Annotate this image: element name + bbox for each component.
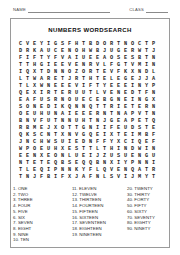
grid-cell: E <box>129 153 136 160</box>
grid-cell: N <box>59 118 66 125</box>
grid-cell: E <box>101 69 108 76</box>
grid-cell: K <box>122 69 129 76</box>
grid-cell: E <box>38 146 45 153</box>
grid-cell: O <box>129 41 136 48</box>
grid-cell: P <box>129 160 136 167</box>
grid-cell: T <box>94 104 101 111</box>
grid-cell: E <box>80 97 87 104</box>
grid-cell: T <box>24 62 31 69</box>
grid-cell: E <box>122 97 129 104</box>
grid-cell: C <box>122 139 129 146</box>
grid-cell: D <box>143 69 150 76</box>
grid-cell: H <box>52 146 59 153</box>
grid-cell: D <box>129 125 136 132</box>
grid-cell: I <box>66 111 73 118</box>
grid-cell: O <box>73 48 80 55</box>
grid-cell: R <box>129 48 136 55</box>
grid-cell: I <box>150 160 157 167</box>
grid-cell: E <box>59 83 66 90</box>
grid-cell: F <box>87 167 94 174</box>
grid-cell: F <box>17 55 24 62</box>
grid-cell: N <box>94 174 101 181</box>
grid-cell: U <box>31 111 38 118</box>
grid-cell: A <box>38 76 45 83</box>
grid-cell: E <box>66 83 73 90</box>
word-list-column-1: 1. ONE2. TWO3. THREE4. FOUR5. FIVE6. SIX… <box>13 186 72 243</box>
grid-cell: Q <box>80 160 87 167</box>
grid-cell: J <box>150 48 157 55</box>
grid-cell: T <box>101 146 108 153</box>
grid-cell: T <box>115 41 122 48</box>
grid-cell: K <box>73 167 80 174</box>
grid-cell: D <box>17 48 24 55</box>
grid-cell: J <box>17 139 24 146</box>
grid-cell: Q <box>136 139 143 146</box>
grid-cell: I <box>52 104 59 111</box>
grid-cell: L <box>94 90 101 97</box>
word-list-item: 19. NINETEEN <box>72 232 127 238</box>
grid-cell: E <box>115 118 122 125</box>
grid-cell: T <box>101 104 108 111</box>
grid-cell: E <box>31 167 38 174</box>
word-list: 1. ONE2. TWO3. THREE4. FOUR5. FIVE6. SIX… <box>13 186 169 243</box>
grid-cell: B <box>87 41 94 48</box>
grid-cell: R <box>17 125 24 132</box>
grid-cell: U <box>38 97 45 104</box>
grid-cell: Y <box>143 83 150 90</box>
grid-cell: N <box>87 125 94 132</box>
grid-cell: B <box>143 132 150 139</box>
grid-cell: M <box>136 62 143 69</box>
grid-cell: X <box>129 69 136 76</box>
grid-cell: O <box>66 69 73 76</box>
grid-cell: E <box>94 55 101 62</box>
grid-cell: T <box>38 55 45 62</box>
grid-cell: E <box>38 125 45 132</box>
grid-cell: Y <box>108 139 115 146</box>
grid-cell: T <box>59 76 66 83</box>
grid-cell: X <box>108 160 115 167</box>
grid-cell: E <box>45 160 52 167</box>
grid-cell: T <box>38 160 45 167</box>
grid-cell: E <box>122 83 129 90</box>
grid-cell: B <box>24 125 31 132</box>
grid-cell: N <box>59 167 66 174</box>
grid-cell: T <box>66 125 73 132</box>
grid-cell: U <box>45 48 52 55</box>
grid-cell: E <box>38 104 45 111</box>
grid-cell: I <box>115 160 122 167</box>
grid-cell: Z <box>73 69 80 76</box>
grid-cell: T <box>143 48 150 55</box>
grid-cell: N <box>87 139 94 146</box>
grid-cell: T <box>80 76 87 83</box>
grid-cell: F <box>38 174 45 181</box>
grid-cell: N <box>94 118 101 125</box>
grid-cell: F <box>87 83 94 90</box>
grid-cell: T <box>94 83 101 90</box>
grid-cell: A <box>38 48 45 55</box>
grid-cell: Y <box>122 160 129 167</box>
grid-cell: V <box>108 167 115 174</box>
grid-cell: F <box>108 62 115 69</box>
grid-cell: H <box>80 118 87 125</box>
grid-cell: G <box>115 48 122 55</box>
grid-cell: A <box>66 55 73 62</box>
name-field-label: NAME <box>13 7 26 13</box>
grid-cell: L <box>94 167 101 174</box>
grid-cell: V <box>129 62 136 69</box>
grid-cell: L <box>17 76 24 83</box>
grid-cell: B <box>17 118 24 125</box>
grid-cell: E <box>17 97 24 104</box>
grid-cell: W <box>136 48 143 55</box>
grid-cell: N <box>150 104 157 111</box>
grid-cell: V <box>115 174 122 181</box>
grid-cell: B <box>94 48 101 55</box>
grid-cell: L <box>150 69 157 76</box>
grid-cell: N <box>122 146 129 153</box>
grid-cell: L <box>66 153 73 160</box>
grid-cell: A <box>101 55 108 62</box>
word-list-column-2: 11. ELEVEN12. TWELVE13. THIRTEEN14. FOUR… <box>72 186 127 243</box>
grid-cell: O <box>24 104 31 111</box>
grid-cell: U <box>45 146 52 153</box>
grid-cell: S <box>45 97 52 104</box>
grid-cell: E <box>129 76 136 83</box>
grid-cell: U <box>80 55 87 62</box>
grid-cell: U <box>59 139 66 146</box>
grid-cell: K <box>24 132 31 139</box>
grid-cell: E <box>122 132 129 139</box>
grid-cell: I <box>73 55 80 62</box>
grid-cell: R <box>143 104 150 111</box>
grid-cell: I <box>94 125 101 132</box>
grid-cell: I <box>129 83 136 90</box>
grid-cell: O <box>80 69 87 76</box>
grid-cell: J <box>45 125 52 132</box>
grid-cell: J <box>129 174 136 181</box>
grid-cell: E <box>122 90 129 97</box>
grid-cell: R <box>150 167 157 174</box>
grid-cell: T <box>87 118 94 125</box>
grid-cell: U <box>73 97 80 104</box>
grid-cell: R <box>45 90 52 97</box>
grid-cell: G <box>143 97 150 104</box>
word-list-item: 10. TEN <box>13 237 72 243</box>
grid-cell: U <box>108 153 115 160</box>
wordsearch-grid: CVEYIGSFHTBDORTNOCTPDRKAUCENOHWBJUGERWTJ… <box>17 41 157 181</box>
grid-cell: C <box>136 41 143 48</box>
puzzle-title: NUMBERS WORDSEARCH <box>10 27 170 33</box>
grid-cell: X <box>31 83 38 90</box>
grid-cell: N <box>122 167 129 174</box>
grid-cell: T <box>80 146 87 153</box>
grid-cell: C <box>38 132 45 139</box>
grid-cell: L <box>24 167 31 174</box>
grid-cell: T <box>143 118 150 125</box>
grid-cell: N <box>101 160 108 167</box>
grid-cell: B <box>136 55 143 62</box>
grid-cell: Q <box>87 104 94 111</box>
grid-cell: F <box>59 174 66 181</box>
grid-cell: G <box>115 62 122 69</box>
grid-cell: T <box>136 90 143 97</box>
grid-cell: A <box>122 118 129 125</box>
grid-cell: T <box>17 174 24 181</box>
grid-cell: Q <box>24 69 31 76</box>
grid-cell: N <box>24 139 31 146</box>
grid-cell: H <box>38 139 45 146</box>
grid-cell: I <box>45 41 52 48</box>
grid-cell: I <box>17 69 24 76</box>
grid-cell: U <box>80 90 87 97</box>
grid-cell: N <box>59 97 66 104</box>
grid-cell: J <box>136 76 143 83</box>
grid-cell: N <box>101 111 108 118</box>
grid-cell: V <box>59 55 66 62</box>
grid-cell: D <box>45 104 52 111</box>
grid-cell: N <box>80 62 87 69</box>
grid-cell: N <box>17 160 24 167</box>
grid-cell: T <box>17 83 24 90</box>
grid-cell: F <box>143 90 150 97</box>
grid-cell: Y <box>143 174 150 181</box>
grid-cell: Z <box>101 153 108 160</box>
grid-cell: I <box>101 125 108 132</box>
grid-cell: T <box>52 132 59 139</box>
grid-cell: G <box>52 41 59 48</box>
grid-cell: N <box>24 118 31 125</box>
grid-cell: E <box>115 76 122 83</box>
grid-cell: N <box>136 160 143 167</box>
grid-cell: N <box>59 69 66 76</box>
grid-cell: E <box>24 153 31 160</box>
grid-cell: E <box>80 153 87 160</box>
grid-cell: X <box>108 132 115 139</box>
grid-cell: T <box>94 69 101 76</box>
grid-cell: E <box>101 76 108 83</box>
grid-cell: D <box>80 139 87 146</box>
grid-cell: L <box>101 174 108 181</box>
grid-cell: E <box>31 41 38 48</box>
grid-cell: W <box>17 146 24 153</box>
grid-cell: S <box>31 132 38 139</box>
grid-cell: Q <box>38 167 45 174</box>
grid-cell: R <box>73 76 80 83</box>
grid-cell: F <box>108 125 115 132</box>
grid-cell: I <box>52 174 59 181</box>
class-field-label: CLASS <box>129 7 144 13</box>
grid-cell: T <box>94 76 101 83</box>
grid-cell: E <box>59 62 66 69</box>
grid-cell: E <box>136 118 143 125</box>
grid-cell: T <box>73 125 80 132</box>
grid-cell: A <box>24 97 31 104</box>
grid-cell: E <box>94 97 101 104</box>
grid-cell: A <box>150 76 157 83</box>
grid-cell: I <box>143 146 150 153</box>
grid-cell: R <box>87 62 94 69</box>
grid-cell: A <box>136 167 143 174</box>
grid-cell: S <box>59 41 66 48</box>
grid-cell: E <box>87 111 94 118</box>
grid-cell: N <box>59 153 66 160</box>
grid-cell: V <box>24 41 31 48</box>
grid-cell: E <box>52 83 59 90</box>
grid-cell: C <box>31 139 38 146</box>
grid-cell: I <box>129 139 136 146</box>
grid-cell: E <box>94 132 101 139</box>
grid-cell: T <box>108 111 115 118</box>
grid-cell: I <box>129 132 136 139</box>
grid-cell: N <box>31 153 38 160</box>
grid-cell: E <box>143 139 150 146</box>
grid-cell: N <box>150 111 157 118</box>
grid-cell: O <box>101 41 108 48</box>
grid-cell: W <box>45 139 52 146</box>
grid-cell: P <box>150 83 157 90</box>
grid-cell: T <box>143 55 150 62</box>
grid-cell: J <box>66 76 73 83</box>
grid-cell: H <box>108 146 115 153</box>
grid-cell: C <box>52 48 59 55</box>
grid-cell: T <box>129 104 136 111</box>
grid-cell: G <box>38 62 45 69</box>
grid-cell: T <box>143 41 150 48</box>
grid-cell: T <box>122 62 129 69</box>
grid-cell: Q <box>52 160 59 167</box>
grid-cell: N <box>66 118 73 125</box>
grid-cell: E <box>122 48 129 55</box>
grid-cell: P <box>129 118 136 125</box>
grid-cell: B <box>94 160 101 167</box>
grid-cell: F <box>38 118 45 125</box>
grid-cell: B <box>101 97 108 104</box>
grid-cell: L <box>94 146 101 153</box>
grid-cell: E <box>59 48 66 55</box>
grid-cell: T <box>38 69 45 76</box>
grid-cell: X <box>52 125 59 132</box>
grid-cell: T <box>150 174 157 181</box>
grid-cell: E <box>17 153 24 160</box>
grid-cell: I <box>122 174 129 181</box>
grid-cell: U <box>122 125 129 132</box>
grid-cell: B <box>45 174 52 181</box>
grid-cell: C <box>87 97 94 104</box>
grid-cell: Y <box>101 83 108 90</box>
grid-cell: U <box>73 90 80 97</box>
grid-cell: Y <box>80 167 87 174</box>
grid-cell: X <box>59 146 66 153</box>
grid-cell: U <box>122 153 129 160</box>
grid-cell: O <box>59 125 66 132</box>
grid-cell: F <box>150 139 157 146</box>
grid-cell: E <box>150 125 157 132</box>
grid-cell: U <box>73 153 80 160</box>
grid-cell: C <box>17 41 24 48</box>
grid-cell: V <box>31 118 38 125</box>
grid-cell: K <box>59 104 66 111</box>
grid-cell: H <box>73 41 80 48</box>
grid-cell: Y <box>45 55 52 62</box>
grid-cell: F <box>52 55 59 62</box>
grid-cell: Q <box>87 160 94 167</box>
grid-cell: F <box>94 139 101 146</box>
grid-cell: E <box>108 90 115 97</box>
worksheet-header: NAME CLASS <box>13 7 168 13</box>
grid-cell: P <box>52 167 59 174</box>
grid-cell: G <box>108 97 115 104</box>
grid-cell: G <box>143 153 150 160</box>
name-blank-line <box>28 7 110 13</box>
grid-cell: E <box>115 167 122 174</box>
grid-cell: E <box>136 104 143 111</box>
grid-cell: T <box>143 111 150 118</box>
grid-cell: F <box>101 139 108 146</box>
grid-cell: E <box>80 111 87 118</box>
grid-cell: N <box>115 90 122 97</box>
grid-cell: S <box>129 55 136 62</box>
grid-cell: G <box>80 125 87 132</box>
grid-cell: N <box>45 132 52 139</box>
grid-cell: J <box>101 48 108 55</box>
grid-cell: S <box>136 125 143 132</box>
grid-cell: I <box>101 132 108 139</box>
grid-cell: Q <box>17 90 24 97</box>
grid-cell: N <box>136 83 143 90</box>
grid-cell: T <box>143 125 150 132</box>
grid-cell: E <box>73 139 80 146</box>
grid-cell: N <box>45 83 52 90</box>
grid-cell: X <box>38 153 45 160</box>
grid-cell: N <box>24 174 31 181</box>
grid-cell: N <box>136 69 143 76</box>
grid-cell: N <box>66 132 73 139</box>
grid-cell: T <box>80 41 87 48</box>
grid-cell: E <box>52 62 59 69</box>
grid-cell: J <box>73 174 80 181</box>
grid-cell: X <box>66 174 73 181</box>
grid-cell: E <box>87 55 94 62</box>
grid-cell: X <box>31 69 38 76</box>
grid-cell: A <box>59 111 66 118</box>
grid-cell: M <box>136 132 143 139</box>
grid-cell: F <box>115 69 122 76</box>
grid-cell: T <box>87 90 94 97</box>
grid-cell: E <box>108 83 115 90</box>
grid-cell: A <box>122 111 129 118</box>
grid-cell: T <box>52 90 59 97</box>
grid-cell: I <box>38 90 45 97</box>
grid-cell: E <box>31 160 38 167</box>
grid-cell: S <box>115 55 122 62</box>
word-list-column-3: 20. TWENTY30. THIRTY40. FORTY50. FIFTY60… <box>127 186 169 243</box>
grid-cell: L <box>101 62 108 69</box>
grid-cell: Q <box>17 132 24 139</box>
grid-cell: N <box>150 146 157 153</box>
grid-cell: I <box>115 146 122 153</box>
grid-cell: T <box>115 132 122 139</box>
grid-cell: I <box>80 83 87 90</box>
grid-cell: F <box>66 41 73 48</box>
grid-cell: I <box>129 97 136 104</box>
grid-cell: V <box>101 90 108 97</box>
grid-cell: S <box>17 104 24 111</box>
grid-cell: J <box>31 174 38 181</box>
grid-cell: E <box>24 90 31 97</box>
grid-cell: U <box>45 118 52 125</box>
